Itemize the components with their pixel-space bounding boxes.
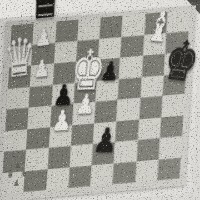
piece-white-pawn-d4[interactable]: ♟ bbox=[74, 91, 97, 119]
piece-white-pawn-b6[interactable]: ♟ bbox=[33, 56, 51, 81]
board-photo: ♟♜♞♟ ♛♟♝♛♟♚♟♚♟♟♟♟ bbox=[0, 0, 200, 200]
piece-black-pawn-e2[interactable]: ♟ bbox=[91, 123, 120, 156]
chess-board: ♟♜♞♟ ♛♟♝♛♟♚♟♚♟♟♟♟ bbox=[0, 5, 196, 200]
piece-black-pawn-e5[interactable]: ♟ bbox=[98, 59, 121, 85]
piece-white-pawn-b7[interactable]: ♟ bbox=[35, 25, 53, 50]
piece-white-pawn-c3[interactable]: ♟ bbox=[50, 106, 73, 136]
piece-white-queen-a6[interactable]: ♛ bbox=[3, 29, 36, 86]
pieces-layer: ♛♟♝♛♟♚♟♚♟♟♟♟ bbox=[1, 10, 189, 194]
